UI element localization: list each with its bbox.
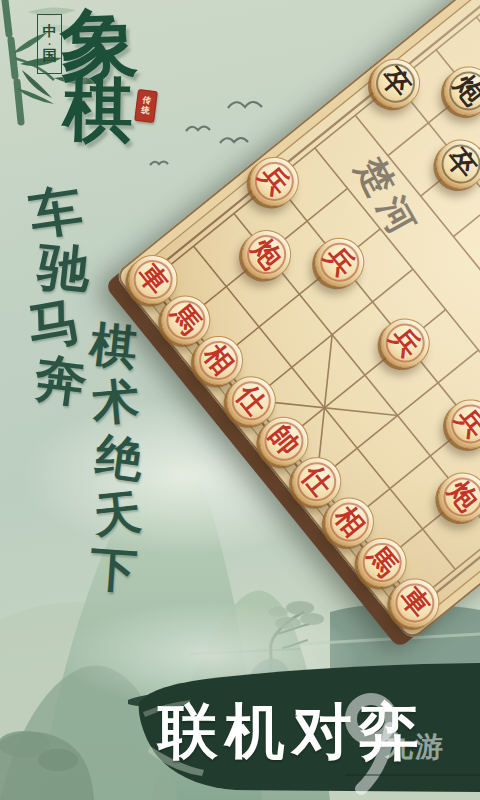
watermark-text: 九游 — [385, 728, 445, 766]
char-4: 下 — [88, 544, 138, 594]
watermark-logo: 九游 — [333, 686, 480, 796]
seal-badge: 传统 — [134, 89, 158, 123]
char-3: 奔 — [32, 351, 90, 409]
char-2: 马 — [24, 294, 84, 354]
char-0: 车 — [27, 183, 86, 242]
char-2: 国 — [43, 48, 57, 63]
char-1: 棋 — [62, 77, 141, 144]
page-title: 象棋 — [60, 8, 138, 143]
watermark-underline — [345, 774, 480, 776]
char-0: 棋 — [88, 320, 140, 372]
char-3: 天 — [92, 488, 144, 540]
slogan-column-1: 车驰马奔 — [30, 186, 82, 406]
screen: 中·国 象棋 传统 车驰马奔 棋术绝天下 — [0, 0, 480, 800]
char-2: 绝 — [93, 431, 146, 484]
char-1: 驰 — [35, 239, 92, 296]
slogan-column-2: 棋术绝天下 — [90, 322, 137, 593]
char-1: 统 — [141, 105, 151, 116]
char-1: 术 — [90, 376, 141, 427]
char-0: 中 — [43, 24, 57, 39]
shrub-icon — [0, 731, 94, 800]
